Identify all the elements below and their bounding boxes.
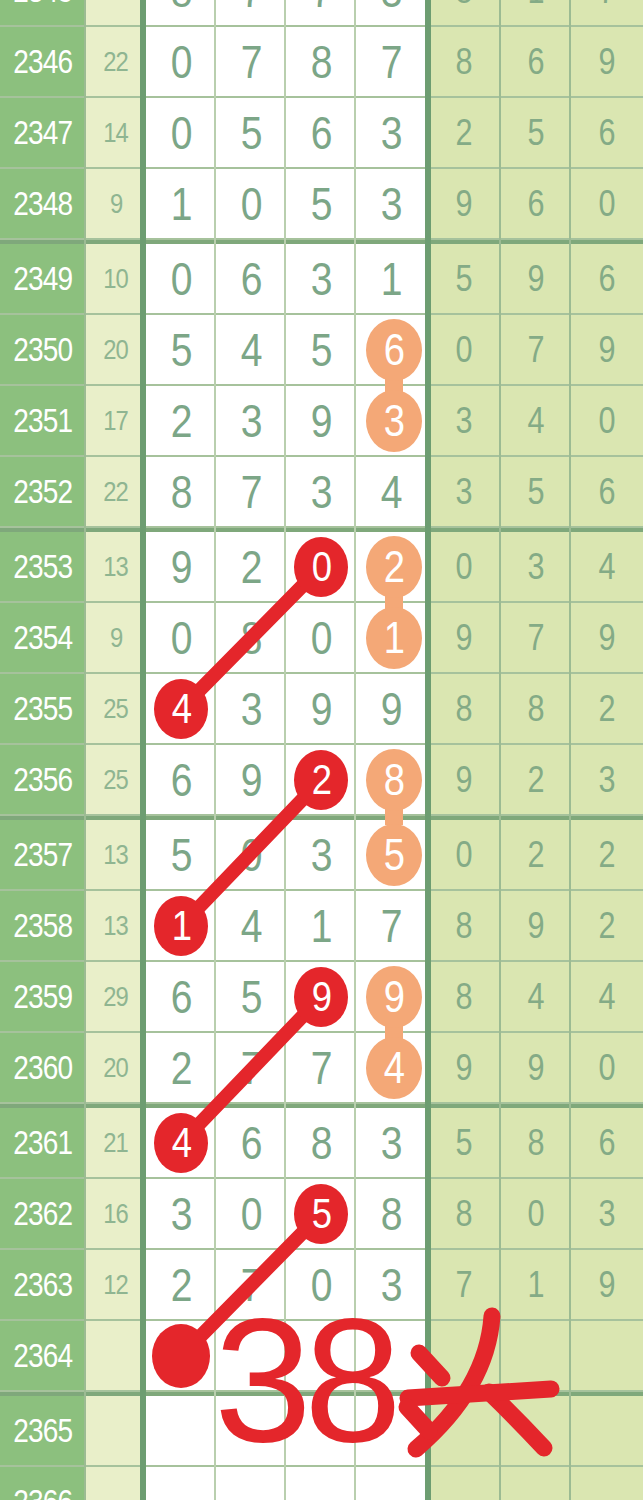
digit: 2349 bbox=[13, 260, 72, 298]
extra-digit-cell: 3 bbox=[571, 1179, 643, 1248]
issue-cell: 2349 bbox=[0, 244, 86, 313]
digit: 9 bbox=[599, 617, 615, 659]
digit: 17 bbox=[104, 405, 129, 437]
digit: 25 bbox=[104, 764, 129, 796]
main-digit-cell: 8 bbox=[146, 0, 216, 25]
sum-cell: 17 bbox=[86, 386, 146, 455]
main-digit-cell: 0 bbox=[146, 603, 216, 672]
digit: 0 bbox=[171, 611, 192, 665]
digit: 8 bbox=[171, 0, 192, 18]
extra-digit-cell: 0 bbox=[571, 1033, 643, 1102]
main-digit-cell: 1 bbox=[356, 244, 426, 313]
digit: 3 bbox=[381, 0, 402, 18]
digit: 3 bbox=[241, 394, 262, 448]
digit: 2355 bbox=[13, 690, 72, 728]
digit: 6 bbox=[171, 970, 192, 1024]
extra-digit-cell: 9 bbox=[571, 603, 643, 672]
main-digit-cell: 1 bbox=[286, 891, 356, 960]
main-digit-cell bbox=[286, 745, 356, 814]
main-digit-cell: 8 bbox=[356, 1179, 426, 1248]
issue-cell: 2358 bbox=[0, 891, 86, 960]
main-digit-cell: 5 bbox=[146, 820, 216, 889]
extra-digit-cell: 6 bbox=[501, 169, 571, 238]
sum-cell: 13 bbox=[86, 820, 146, 889]
table-row: 235117239340 bbox=[0, 386, 643, 457]
extra-digit-cell: 5 bbox=[426, 244, 501, 313]
digit: 6 bbox=[599, 1122, 615, 1164]
digit: 0 bbox=[171, 35, 192, 89]
main-digit-cell: 1 bbox=[146, 169, 216, 238]
digit: 3 bbox=[381, 1116, 402, 1170]
extra-digit-cell: 9 bbox=[501, 891, 571, 960]
digit: 9 bbox=[599, 329, 615, 371]
digit: 2357 bbox=[13, 836, 72, 874]
main-digit-cell: 7 bbox=[216, 457, 286, 526]
digit: 9 bbox=[110, 622, 122, 654]
digit: 6 bbox=[241, 1116, 262, 1170]
digit: 6 bbox=[528, 41, 544, 83]
digit: 2362 bbox=[13, 1195, 72, 1233]
digit: 8 bbox=[171, 465, 192, 519]
digit: 0 bbox=[241, 828, 262, 882]
digit: 8 bbox=[455, 688, 471, 730]
main-digit-cell: 7 bbox=[216, 0, 286, 25]
main-digit-cell: 7 bbox=[286, 0, 356, 25]
table-row: 23549080979 bbox=[0, 603, 643, 674]
extra-digit-cell: 9 bbox=[426, 1033, 501, 1102]
main-digit-cell: 5 bbox=[286, 169, 356, 238]
sum-cell: 20 bbox=[86, 315, 146, 384]
digit: 8 bbox=[455, 41, 471, 83]
main-digit-cell bbox=[356, 315, 426, 384]
digit: 4 bbox=[528, 976, 544, 1018]
sum-cell: 25 bbox=[86, 745, 146, 814]
extra-digit-cell: 5 bbox=[426, 1108, 501, 1177]
digit: 9 bbox=[311, 682, 332, 736]
main-digit-cell: 3 bbox=[286, 820, 356, 889]
sum-cell: 22 bbox=[86, 27, 146, 96]
digit: 2 bbox=[599, 905, 615, 947]
extra-digit-cell: 6 bbox=[571, 1108, 643, 1177]
digit: 9 bbox=[381, 682, 402, 736]
digit: 7 bbox=[241, 465, 262, 519]
issue-cell: 2355 bbox=[0, 674, 86, 743]
issue-cell: 2357 bbox=[0, 820, 86, 889]
sum-cell: 9 bbox=[86, 603, 146, 672]
main-digit-cell bbox=[356, 745, 426, 814]
table-row: 2349100631596 bbox=[0, 240, 643, 315]
table-row: 234891053960 bbox=[0, 169, 643, 240]
table-row: 23592965844 bbox=[0, 962, 643, 1033]
main-digit-cell: 9 bbox=[216, 745, 286, 814]
digit: 0 bbox=[455, 834, 471, 876]
digit: 0 bbox=[171, 106, 192, 160]
main-digit-cell: 9 bbox=[286, 674, 356, 743]
extra-digit-cell: 0 bbox=[426, 315, 501, 384]
main-digit-cell: 5 bbox=[146, 315, 216, 384]
table-row: 2352228734356 bbox=[0, 457, 643, 528]
digit: 25 bbox=[104, 0, 129, 7]
digit: 2361 bbox=[13, 1124, 72, 1162]
issue-cell: 2359 bbox=[0, 962, 86, 1031]
digit: 9 bbox=[171, 540, 192, 594]
main-digit-cell: 3 bbox=[356, 169, 426, 238]
main-digit-cell bbox=[356, 962, 426, 1031]
digit: 5 bbox=[241, 970, 262, 1024]
digit: 2358 bbox=[13, 907, 72, 945]
digit: 8 bbox=[528, 1122, 544, 1164]
digit: 2 bbox=[528, 759, 544, 801]
digit: 5 bbox=[528, 471, 544, 513]
digit: 0 bbox=[311, 611, 332, 665]
digit: 9 bbox=[528, 1047, 544, 1089]
extra-digit-cell: 6 bbox=[571, 244, 643, 313]
digit: 0 bbox=[599, 400, 615, 442]
digit: 9 bbox=[455, 759, 471, 801]
main-digit-cell: 7 bbox=[216, 1033, 286, 1102]
digit: 16 bbox=[104, 1198, 129, 1230]
digit: 13 bbox=[104, 910, 129, 942]
digit: 7 bbox=[528, 329, 544, 371]
digit: 13 bbox=[104, 839, 129, 871]
digit: 2 bbox=[241, 540, 262, 594]
sum-cell: 22 bbox=[86, 457, 146, 526]
table-row: 2347140563256 bbox=[0, 98, 643, 169]
digit: 3 bbox=[599, 759, 615, 801]
digit: 25 bbox=[104, 693, 129, 725]
extra-digit-cell: 5 bbox=[501, 98, 571, 167]
digit: 2 bbox=[171, 1041, 192, 1095]
digit: 2 bbox=[171, 394, 192, 448]
extra-digit-cell: 9 bbox=[426, 745, 501, 814]
digit: 22 bbox=[104, 46, 129, 78]
digit: 10 bbox=[104, 263, 129, 295]
main-digit-cell: 4 bbox=[216, 315, 286, 384]
extra-digit-cell: 2 bbox=[571, 820, 643, 889]
digit: 6 bbox=[599, 112, 615, 154]
extra-digit-cell: 8 bbox=[501, 1108, 571, 1177]
digit: 2353 bbox=[13, 548, 72, 586]
extra-digit-cell: 8 bbox=[426, 891, 501, 960]
digit: 2354 bbox=[13, 619, 72, 657]
sum-cell: 16 bbox=[86, 1179, 146, 1248]
main-digit-cell: 0 bbox=[216, 169, 286, 238]
extra-digit-cell: 2 bbox=[571, 891, 643, 960]
digit: 21 bbox=[104, 1127, 129, 1159]
digit: 20 bbox=[104, 334, 129, 366]
issue-cell: 2362 bbox=[0, 1179, 86, 1248]
sum-cell: 29 bbox=[86, 962, 146, 1031]
digit: 2 bbox=[455, 112, 471, 154]
issue-cell: 2345 bbox=[0, 0, 86, 25]
main-digit-cell: 0 bbox=[146, 98, 216, 167]
digit: 3 bbox=[311, 465, 332, 519]
digit: 6 bbox=[599, 258, 615, 300]
main-digit-cell: 4 bbox=[356, 457, 426, 526]
digit: 8 bbox=[381, 1187, 402, 1241]
main-digit-cell: 9 bbox=[356, 674, 426, 743]
sum-cell: 25 bbox=[86, 674, 146, 743]
extra-digit-cell: 3 bbox=[571, 745, 643, 814]
extra-digit-cell: 8 bbox=[426, 27, 501, 96]
main-digit-cell bbox=[286, 1179, 356, 1248]
digit: 5 bbox=[455, 258, 471, 300]
main-digit-cell: 5 bbox=[286, 315, 356, 384]
digit: 2345 bbox=[13, 0, 72, 10]
extra-digit-cell: 0 bbox=[571, 386, 643, 455]
table-row: 235020545079 bbox=[0, 315, 643, 386]
digit: 4 bbox=[241, 323, 262, 377]
digit: 8 bbox=[455, 905, 471, 947]
digit: 2351 bbox=[13, 402, 72, 440]
digit: 8 bbox=[455, 976, 471, 1018]
digit: 2356 bbox=[13, 761, 72, 799]
digit: 3 bbox=[311, 828, 332, 882]
extra-digit-cell: 6 bbox=[571, 98, 643, 167]
digit: 0 bbox=[241, 1187, 262, 1241]
main-digit-cell bbox=[356, 603, 426, 672]
extra-digit-cell: 7 bbox=[501, 603, 571, 672]
digit: 0 bbox=[599, 183, 615, 225]
main-digit-cell: 0 bbox=[146, 27, 216, 96]
extra-digit-cell: 8 bbox=[426, 962, 501, 1031]
main-digit-cell bbox=[356, 1033, 426, 1102]
main-digit-cell: 8 bbox=[286, 1108, 356, 1177]
digit: 5 bbox=[311, 323, 332, 377]
digit: 14 bbox=[104, 117, 129, 149]
digit: 6 bbox=[241, 252, 262, 306]
digit: 3 bbox=[311, 252, 332, 306]
table-row: 2346220787869 bbox=[0, 27, 643, 98]
main-digit-cell bbox=[146, 1108, 216, 1177]
main-digit-cell: 3 bbox=[286, 244, 356, 313]
digit: 2348 bbox=[13, 185, 72, 223]
digit: 9 bbox=[455, 183, 471, 225]
issue-cell: 2356 bbox=[0, 745, 86, 814]
digit: 9 bbox=[455, 1047, 471, 1089]
digit: 0 bbox=[528, 1193, 544, 1235]
digit: 8 bbox=[311, 35, 332, 89]
digit: 9 bbox=[455, 617, 471, 659]
extra-digit-cell: 8 bbox=[426, 674, 501, 743]
digit: 0 bbox=[171, 252, 192, 306]
digit: 6 bbox=[528, 183, 544, 225]
extra-digit-cell: 8 bbox=[426, 1179, 501, 1248]
main-digit-cell: 7 bbox=[356, 891, 426, 960]
sum-cell: 14 bbox=[86, 98, 146, 167]
main-digit-cell: 4 bbox=[216, 891, 286, 960]
issue-cell: 2354 bbox=[0, 603, 86, 672]
main-digit-cell: 6 bbox=[216, 1108, 286, 1177]
extra-digit-cell: 4 bbox=[571, 532, 643, 601]
extra-digit-cell: 4 bbox=[571, 962, 643, 1031]
extra-digit-cell: 3 bbox=[426, 386, 501, 455]
main-digit-cell: 6 bbox=[216, 244, 286, 313]
digit: 4 bbox=[381, 465, 402, 519]
digit: 2 bbox=[599, 834, 615, 876]
digit: 9 bbox=[110, 188, 122, 220]
digit: 20 bbox=[104, 1052, 129, 1084]
main-digit-cell: 2 bbox=[146, 1033, 216, 1102]
digit: 0 bbox=[599, 1047, 615, 1089]
table-row: 2345258773817 bbox=[0, 0, 643, 27]
issue-cell: 2347 bbox=[0, 98, 86, 167]
main-digit-cell: 3 bbox=[356, 0, 426, 25]
issue-cell: 2352 bbox=[0, 457, 86, 526]
main-digit-cell bbox=[286, 962, 356, 1031]
table-row: 236020277990 bbox=[0, 1033, 643, 1104]
main-digit-cell bbox=[356, 386, 426, 455]
digit: 5 bbox=[311, 177, 332, 231]
main-digit-cell: 6 bbox=[146, 962, 216, 1031]
table-row: 235713503022 bbox=[0, 816, 643, 891]
issue-cell: 2360 bbox=[0, 1033, 86, 1102]
extra-digit-cell: 0 bbox=[571, 169, 643, 238]
lottery-trend-chart-page: 2345258773817234622078786923471405632562… bbox=[0, 0, 643, 1500]
digit: 2359 bbox=[13, 978, 72, 1016]
digit: 7 bbox=[381, 899, 402, 953]
extra-digit-cell: 9 bbox=[426, 603, 501, 672]
extra-digit-cell: 4 bbox=[501, 962, 571, 1031]
extra-digit-cell: 3 bbox=[426, 457, 501, 526]
digit: 3 bbox=[381, 177, 402, 231]
extra-digit-cell: 2 bbox=[501, 745, 571, 814]
digit: 6 bbox=[171, 753, 192, 807]
digit: 2350 bbox=[13, 331, 72, 369]
main-digit-cell: 8 bbox=[216, 603, 286, 672]
main-digit-cell: 3 bbox=[356, 98, 426, 167]
sum-cell: 13 bbox=[86, 891, 146, 960]
digit: 5 bbox=[171, 828, 192, 882]
extra-digit-cell: 8 bbox=[501, 674, 571, 743]
digit: 9 bbox=[311, 394, 332, 448]
main-digit-cell: 0 bbox=[286, 603, 356, 672]
extra-digit-cell: 8 bbox=[426, 0, 501, 25]
main-digit-cell: 5 bbox=[216, 962, 286, 1031]
digit: 2360 bbox=[13, 1049, 72, 1087]
main-digit-cell: 3 bbox=[146, 1179, 216, 1248]
digit: 8 bbox=[241, 611, 262, 665]
main-digit-cell: 2 bbox=[146, 386, 216, 455]
digit: 1 bbox=[381, 252, 402, 306]
digit: 2 bbox=[599, 688, 615, 730]
extra-digit-cell: 0 bbox=[426, 532, 501, 601]
sum-cell: 13 bbox=[86, 532, 146, 601]
main-digit-cell: 9 bbox=[146, 532, 216, 601]
digit: 8 bbox=[455, 0, 471, 12]
main-digit-cell: 9 bbox=[286, 386, 356, 455]
issue-cell: 2361 bbox=[0, 1108, 86, 1177]
big-annotation: 38 bbox=[0, 1252, 643, 1500]
main-digit-cell bbox=[146, 891, 216, 960]
sum-cell: 10 bbox=[86, 244, 146, 313]
extra-digit-cell: 0 bbox=[501, 1179, 571, 1248]
issue-cell: 2353 bbox=[0, 532, 86, 601]
issue-cell: 2351 bbox=[0, 386, 86, 455]
digit: 7 bbox=[528, 617, 544, 659]
main-digit-cell: 8 bbox=[286, 27, 356, 96]
digit: 7 bbox=[241, 35, 262, 89]
digit: 0 bbox=[241, 177, 262, 231]
main-digit-cell bbox=[356, 532, 426, 601]
digit: 6 bbox=[311, 106, 332, 160]
digit: 4 bbox=[599, 546, 615, 588]
digit: 9 bbox=[241, 753, 262, 807]
extra-digit-cell: 6 bbox=[501, 27, 571, 96]
extra-digit-cell: 1 bbox=[501, 0, 571, 25]
digit: 3 bbox=[381, 106, 402, 160]
digit: 4 bbox=[241, 899, 262, 953]
extra-digit-cell: 5 bbox=[501, 457, 571, 526]
table-row: 23562569923 bbox=[0, 745, 643, 816]
digit: 8 bbox=[311, 1116, 332, 1170]
main-digit-cell: 3 bbox=[356, 1108, 426, 1177]
extra-digit-cell: 2 bbox=[571, 674, 643, 743]
extra-digit-cell: 9 bbox=[501, 1033, 571, 1102]
tou-character-icon bbox=[0, 1252, 643, 1500]
table-row: 235813417892 bbox=[0, 891, 643, 962]
issue-cell: 2346 bbox=[0, 27, 86, 96]
sum-cell: 25 bbox=[86, 0, 146, 25]
main-digit-cell: 3 bbox=[216, 674, 286, 743]
digit: 7 bbox=[241, 1041, 262, 1095]
digit: 2 bbox=[528, 834, 544, 876]
issue-cell: 2348 bbox=[0, 169, 86, 238]
extra-digit-cell: 7 bbox=[501, 315, 571, 384]
digit: 0 bbox=[455, 329, 471, 371]
digit: 7 bbox=[381, 35, 402, 89]
digit: 9 bbox=[599, 41, 615, 83]
main-digit-cell bbox=[356, 820, 426, 889]
digit: 1 bbox=[311, 899, 332, 953]
digit: 4 bbox=[599, 976, 615, 1018]
digit: 4 bbox=[528, 400, 544, 442]
extra-digit-cell: 3 bbox=[501, 532, 571, 601]
extra-digit-cell: 9 bbox=[501, 244, 571, 313]
digit: 1 bbox=[528, 0, 544, 12]
extra-digit-cell: 9 bbox=[571, 27, 643, 96]
extra-digit-cell: 2 bbox=[501, 820, 571, 889]
main-digit-cell bbox=[146, 674, 216, 743]
digit: 5 bbox=[241, 106, 262, 160]
digit: 3 bbox=[599, 1193, 615, 1235]
digit: 7 bbox=[311, 1041, 332, 1095]
main-digit-cell: 7 bbox=[356, 27, 426, 96]
digit: 3 bbox=[455, 471, 471, 513]
extra-digit-cell: 9 bbox=[426, 169, 501, 238]
extra-digit-cell: 2 bbox=[426, 98, 501, 167]
digit: 3 bbox=[171, 1187, 192, 1241]
digit: 3 bbox=[241, 682, 262, 736]
digit: 2347 bbox=[13, 114, 72, 152]
digit: 2346 bbox=[13, 43, 72, 81]
digit: 29 bbox=[104, 981, 129, 1013]
digit: 5 bbox=[455, 1122, 471, 1164]
digit: 9 bbox=[528, 258, 544, 300]
extra-digit-cell: 9 bbox=[571, 315, 643, 384]
digit: 0 bbox=[455, 546, 471, 588]
main-digit-cell: 3 bbox=[216, 386, 286, 455]
digit: 1 bbox=[171, 177, 192, 231]
main-digit-cell: 0 bbox=[216, 820, 286, 889]
main-digit-cell: 2 bbox=[216, 532, 286, 601]
extra-digit-cell: 7 bbox=[571, 0, 643, 25]
digit: 13 bbox=[104, 551, 129, 583]
digit: 5 bbox=[171, 323, 192, 377]
extra-digit-cell: 6 bbox=[571, 457, 643, 526]
main-digit-cell bbox=[286, 532, 356, 601]
digit: 3 bbox=[455, 400, 471, 442]
